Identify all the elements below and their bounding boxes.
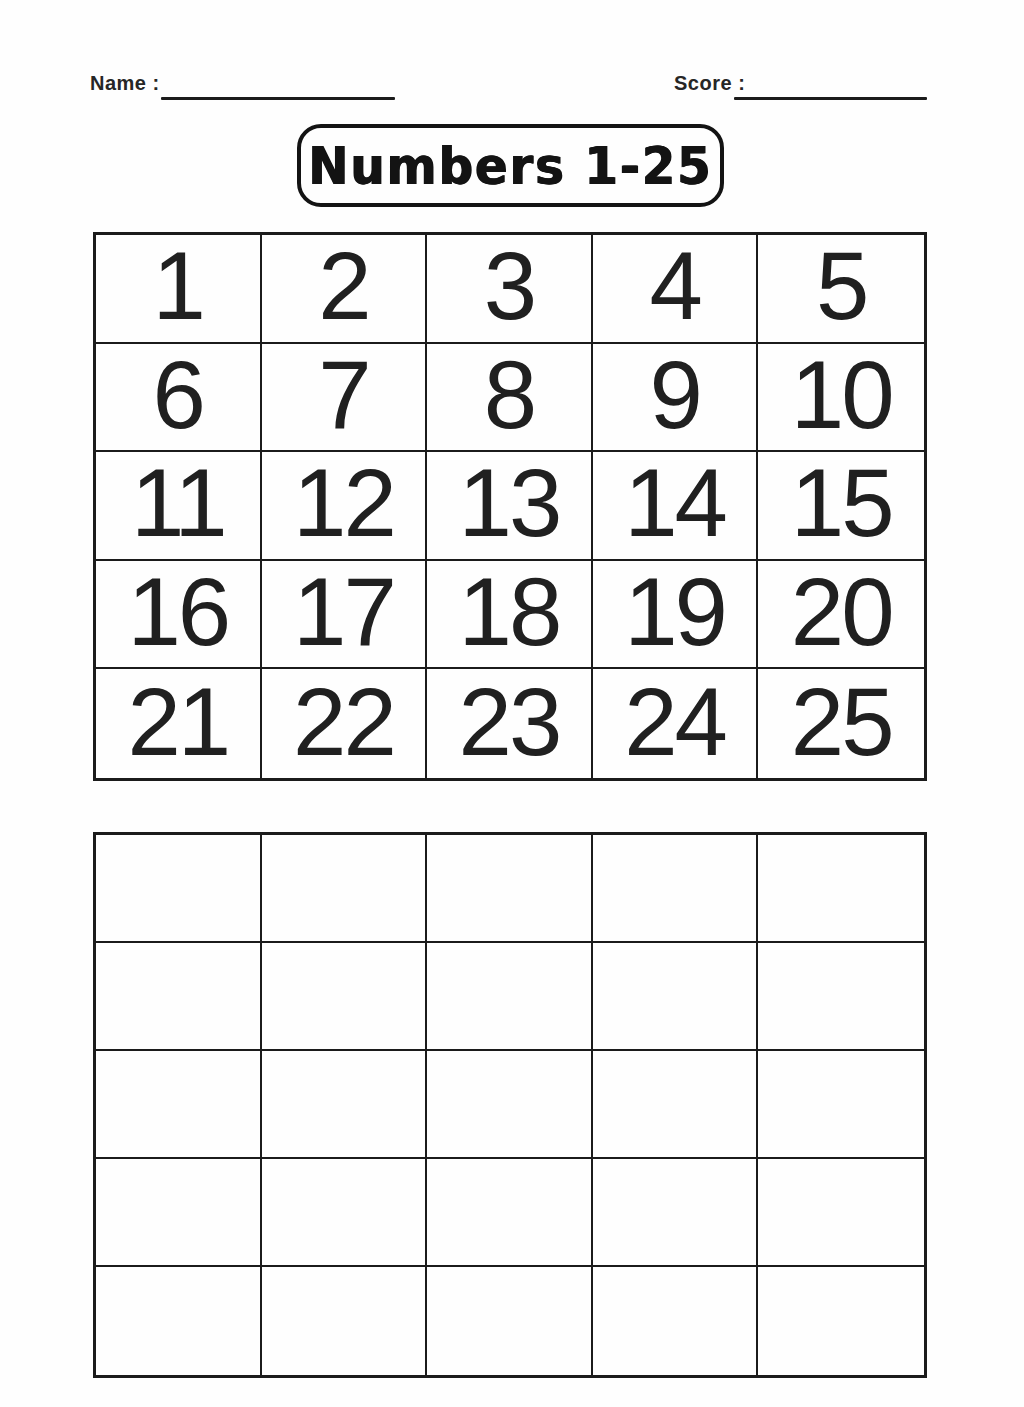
score-blank-line[interactable]	[734, 97, 927, 100]
practice-cell-5[interactable]	[758, 835, 924, 943]
practice-cell-1[interactable]	[96, 835, 262, 943]
number-cell-7: 7	[262, 344, 428, 453]
practice-cell-18[interactable]	[427, 1159, 593, 1267]
practice-cell-14[interactable]	[593, 1051, 759, 1159]
numbers-grid: 1234567891011121314151617181920212223242…	[93, 232, 927, 781]
number-cell-24: 24	[593, 669, 759, 778]
practice-grid	[93, 832, 927, 1378]
number-cell-4: 4	[593, 235, 759, 344]
number-cell-9: 9	[593, 344, 759, 453]
name-blank-line[interactable]	[161, 97, 395, 100]
number-cell-21: 21	[96, 669, 262, 778]
practice-cell-2[interactable]	[262, 835, 428, 943]
number-cell-18: 18	[427, 561, 593, 670]
worksheet-page: Name : Score : Numbers 1-25 123456789101…	[0, 0, 1024, 1407]
number-cell-11: 11	[96, 452, 262, 561]
practice-cell-17[interactable]	[262, 1159, 428, 1267]
practice-cell-22[interactable]	[262, 1267, 428, 1375]
name-label: Name :	[90, 72, 160, 95]
practice-cell-20[interactable]	[758, 1159, 924, 1267]
practice-cell-6[interactable]	[96, 943, 262, 1051]
number-cell-25: 25	[758, 669, 924, 778]
number-cell-19: 19	[593, 561, 759, 670]
practice-cell-7[interactable]	[262, 943, 428, 1051]
number-cell-20: 20	[758, 561, 924, 670]
practice-cell-9[interactable]	[593, 943, 759, 1051]
practice-cell-23[interactable]	[427, 1267, 593, 1375]
number-cell-15: 15	[758, 452, 924, 561]
practice-cell-25[interactable]	[758, 1267, 924, 1375]
number-cell-23: 23	[427, 669, 593, 778]
practice-cell-10[interactable]	[758, 943, 924, 1051]
practice-cell-12[interactable]	[262, 1051, 428, 1159]
practice-cell-8[interactable]	[427, 943, 593, 1051]
number-cell-6: 6	[96, 344, 262, 453]
practice-cell-3[interactable]	[427, 835, 593, 943]
practice-cell-13[interactable]	[427, 1051, 593, 1159]
number-cell-1: 1	[96, 235, 262, 344]
number-cell-8: 8	[427, 344, 593, 453]
practice-cell-19[interactable]	[593, 1159, 759, 1267]
title-box: Numbers 1-25	[297, 124, 724, 207]
practice-cell-21[interactable]	[96, 1267, 262, 1375]
practice-cell-15[interactable]	[758, 1051, 924, 1159]
number-cell-5: 5	[758, 235, 924, 344]
number-cell-10: 10	[758, 344, 924, 453]
practice-cell-4[interactable]	[593, 835, 759, 943]
practice-cell-24[interactable]	[593, 1267, 759, 1375]
number-cell-14: 14	[593, 452, 759, 561]
practice-cell-11[interactable]	[96, 1051, 262, 1159]
number-cell-12: 12	[262, 452, 428, 561]
page-title: Numbers 1-25	[308, 135, 712, 195]
number-cell-22: 22	[262, 669, 428, 778]
number-cell-3: 3	[427, 235, 593, 344]
number-cell-17: 17	[262, 561, 428, 670]
number-cell-2: 2	[262, 235, 428, 344]
number-cell-13: 13	[427, 452, 593, 561]
score-label: Score :	[674, 72, 745, 95]
practice-cell-16[interactable]	[96, 1159, 262, 1267]
number-cell-16: 16	[96, 561, 262, 670]
